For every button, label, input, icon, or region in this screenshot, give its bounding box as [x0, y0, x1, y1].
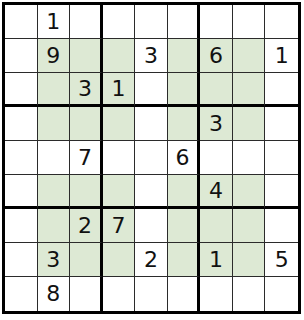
cell-r5c7-empty[interactable] [200, 141, 233, 175]
cell-r8c7-given[interactable]: 1 [200, 243, 233, 277]
cell-r9c6-empty[interactable] [168, 277, 201, 311]
cell-r8c1-empty[interactable] [5, 243, 38, 277]
cell-r2c2-given[interactable]: 9 [38, 39, 71, 73]
cell-r5c1-empty[interactable] [5, 141, 38, 175]
cell-r6c5-empty[interactable] [135, 175, 168, 209]
cell-r1c6-empty[interactable] [168, 5, 201, 39]
cell-r1c7-empty[interactable] [200, 5, 233, 39]
cell-r5c9-empty[interactable] [265, 141, 298, 175]
cell-r7c8-empty[interactable] [233, 209, 266, 243]
sudoku-board-wrapper: 193613137642732158 [2, 2, 301, 314]
cell-r6c1-empty[interactable] [5, 175, 38, 209]
cell-r4c9-empty[interactable] [265, 107, 298, 141]
cell-r7c9-empty[interactable] [265, 209, 298, 243]
cell-r7c3-given[interactable]: 2 [70, 209, 103, 243]
cell-r7c5-empty[interactable] [135, 209, 168, 243]
cell-r4c1-empty[interactable] [5, 107, 38, 141]
cell-r5c4-empty[interactable] [103, 141, 136, 175]
cell-r9c3-empty[interactable] [70, 277, 103, 311]
cell-r7c7-empty[interactable] [200, 209, 233, 243]
cell-r5c6-given[interactable]: 6 [168, 141, 201, 175]
cell-r4c6-empty[interactable] [168, 107, 201, 141]
cell-r6c9-empty[interactable] [265, 175, 298, 209]
cell-r7c1-empty[interactable] [5, 209, 38, 243]
cell-r6c7-given[interactable]: 4 [200, 175, 233, 209]
cell-r9c2-given[interactable]: 8 [38, 277, 71, 311]
cell-r1c3-empty[interactable] [70, 5, 103, 39]
cell-r5c8-empty[interactable] [233, 141, 266, 175]
cell-r8c8-empty[interactable] [233, 243, 266, 277]
cell-r2c6-empty[interactable] [168, 39, 201, 73]
cell-r2c5-given[interactable]: 3 [135, 39, 168, 73]
cell-r3c2-empty[interactable] [38, 73, 71, 107]
cell-r1c4-empty[interactable] [103, 5, 136, 39]
cell-r8c4-empty[interactable] [103, 243, 136, 277]
cell-r1c8-empty[interactable] [233, 5, 266, 39]
cell-r5c5-empty[interactable] [135, 141, 168, 175]
cell-r5c2-empty[interactable] [38, 141, 71, 175]
cell-r2c4-empty[interactable] [103, 39, 136, 73]
cell-r7c6-empty[interactable] [168, 209, 201, 243]
cell-r3c8-empty[interactable] [233, 73, 266, 107]
cell-r6c8-empty[interactable] [233, 175, 266, 209]
cell-r1c5-empty[interactable] [135, 5, 168, 39]
cell-r7c4-given[interactable]: 7 [103, 209, 136, 243]
cell-r1c1-empty[interactable] [5, 5, 38, 39]
cell-r3c6-empty[interactable] [168, 73, 201, 107]
cell-r9c8-empty[interactable] [233, 277, 266, 311]
cell-r2c8-empty[interactable] [233, 39, 266, 73]
cell-r4c7-given[interactable]: 3 [200, 107, 233, 141]
cell-r8c2-given[interactable]: 3 [38, 243, 71, 277]
cell-r6c6-empty[interactable] [168, 175, 201, 209]
cell-r4c3-empty[interactable] [70, 107, 103, 141]
sudoku-board: 193613137642732158 [2, 2, 301, 314]
cell-r4c8-empty[interactable] [233, 107, 266, 141]
cell-r2c7-given[interactable]: 6 [200, 39, 233, 73]
cell-r3c3-given[interactable]: 3 [70, 73, 103, 107]
cell-r3c9-empty[interactable] [265, 73, 298, 107]
cell-r2c1-empty[interactable] [5, 39, 38, 73]
cell-r4c4-empty[interactable] [103, 107, 136, 141]
cell-r9c7-empty[interactable] [200, 277, 233, 311]
cell-r8c5-given[interactable]: 2 [135, 243, 168, 277]
cell-r8c6-empty[interactable] [168, 243, 201, 277]
cell-r9c5-empty[interactable] [135, 277, 168, 311]
cell-r6c2-empty[interactable] [38, 175, 71, 209]
cell-r2c9-given[interactable]: 1 [265, 39, 298, 73]
cell-r2c3-empty[interactable] [70, 39, 103, 73]
cell-r6c4-empty[interactable] [103, 175, 136, 209]
cell-r4c5-empty[interactable] [135, 107, 168, 141]
cell-r3c1-empty[interactable] [5, 73, 38, 107]
cell-r9c1-empty[interactable] [5, 277, 38, 311]
cell-r5c3-given[interactable]: 7 [70, 141, 103, 175]
cell-r3c4-given[interactable]: 1 [103, 73, 136, 107]
cell-r9c9-empty[interactable] [265, 277, 298, 311]
cell-r3c5-empty[interactable] [135, 73, 168, 107]
cell-r7c2-empty[interactable] [38, 209, 71, 243]
cell-r8c9-given[interactable]: 5 [265, 243, 298, 277]
cell-r9c4-empty[interactable] [103, 277, 136, 311]
cell-r1c2-given[interactable]: 1 [38, 5, 71, 39]
cell-r6c3-empty[interactable] [70, 175, 103, 209]
cell-r1c9-empty[interactable] [265, 5, 298, 39]
cell-r8c3-empty[interactable] [70, 243, 103, 277]
cell-r4c2-empty[interactable] [38, 107, 71, 141]
cell-r3c7-empty[interactable] [200, 73, 233, 107]
